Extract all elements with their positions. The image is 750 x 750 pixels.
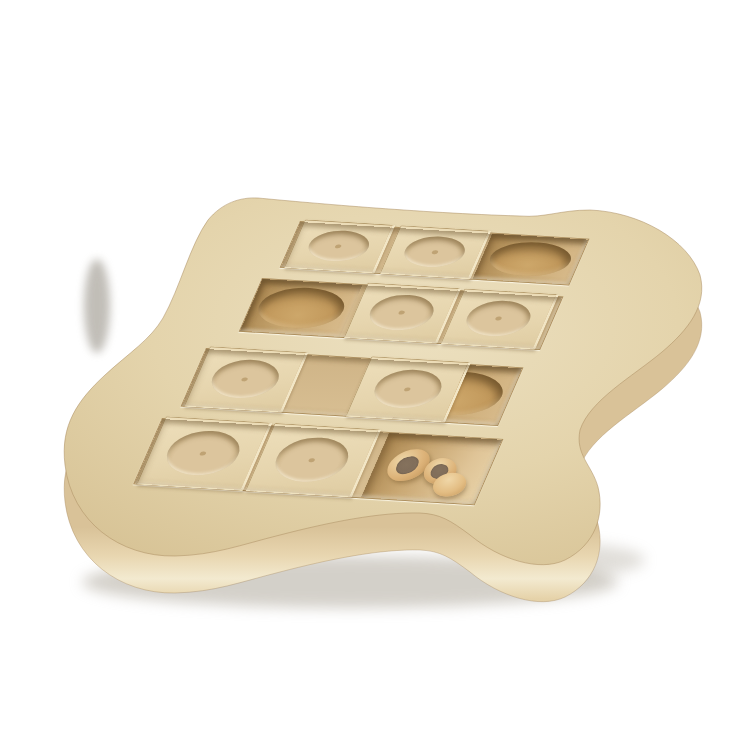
- circular-depression: [367, 368, 448, 410]
- circular-depression: [303, 229, 375, 263]
- track-row-1: [280, 221, 590, 286]
- track-row-2: [239, 278, 564, 350]
- treat-well: [483, 240, 578, 279]
- track-row-3: [181, 348, 524, 426]
- circular-depression: [204, 358, 285, 400]
- track-row-4: [133, 418, 503, 505]
- circular-depression: [399, 235, 471, 269]
- circular-depression: [159, 429, 248, 476]
- product-photo-scene: [0, 0, 750, 750]
- puzzle-board: [0, 0, 750, 750]
- circular-depression: [268, 436, 357, 483]
- treat-well-compartment: [473, 234, 588, 285]
- circular-depression: [363, 293, 440, 332]
- treat-well: [251, 286, 352, 330]
- circular-depression: [460, 299, 537, 338]
- treat-core: [396, 454, 420, 476]
